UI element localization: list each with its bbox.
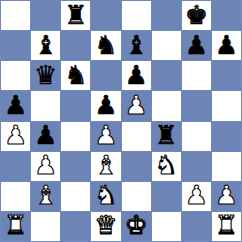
square-d5[interactable]: ♟: [91, 91, 120, 120]
square-d8[interactable]: [91, 1, 120, 30]
chess-board: ♜♚♝♞♝♟♟♛♞♟♟♟♟♟♟♟♜♟♝♞♝♞♟♟♜♛♚♜: [0, 0, 242, 242]
square-f4[interactable]: ♜: [152, 122, 181, 151]
square-d7[interactable]: ♞: [91, 31, 120, 60]
piece-white-knight[interactable]: ♞: [155, 152, 178, 178]
square-g6[interactable]: [182, 61, 211, 90]
piece-white-rook[interactable]: ♜: [4, 212, 27, 238]
square-b7[interactable]: ♝: [31, 31, 60, 60]
piece-white-pawn[interactable]: ♟: [94, 122, 117, 148]
square-c7[interactable]: [61, 31, 90, 60]
piece-black-knight[interactable]: ♞: [64, 62, 87, 88]
piece-black-pawn[interactable]: ♟: [94, 92, 117, 118]
square-c3[interactable]: [61, 152, 90, 181]
square-c8[interactable]: ♜: [61, 1, 90, 30]
square-a4[interactable]: ♟: [1, 122, 30, 151]
square-b6[interactable]: ♛: [31, 61, 60, 90]
square-h3[interactable]: [212, 152, 241, 181]
piece-white-knight[interactable]: ♞: [94, 182, 117, 208]
square-g5[interactable]: [182, 91, 211, 120]
square-e5[interactable]: ♟: [122, 91, 151, 120]
square-e7[interactable]: ♝: [122, 31, 151, 60]
square-b5[interactable]: [31, 91, 60, 120]
piece-white-queen[interactable]: ♛: [94, 212, 117, 238]
square-e8[interactable]: [122, 1, 151, 30]
square-h4[interactable]: [212, 122, 241, 151]
piece-black-knight[interactable]: ♞: [94, 32, 117, 58]
piece-white-pawn[interactable]: ♟: [34, 152, 57, 178]
piece-black-queen[interactable]: ♛: [34, 62, 57, 88]
square-a5[interactable]: ♟: [1, 91, 30, 120]
square-h1[interactable]: ♜: [212, 212, 241, 241]
piece-black-king[interactable]: ♚: [185, 2, 208, 28]
piece-white-king[interactable]: ♚: [124, 212, 147, 238]
square-d4[interactable]: ♟: [91, 122, 120, 151]
square-a8[interactable]: [1, 1, 30, 30]
piece-white-bishop[interactable]: ♝: [34, 182, 57, 208]
square-g7[interactable]: ♟: [182, 31, 211, 60]
square-g2[interactable]: ♟: [182, 182, 211, 211]
square-b4[interactable]: ♟: [31, 122, 60, 151]
square-g4[interactable]: [182, 122, 211, 151]
square-h7[interactable]: ♟: [212, 31, 241, 60]
square-d1[interactable]: ♛: [91, 212, 120, 241]
square-b3[interactable]: ♟: [31, 152, 60, 181]
square-e1[interactable]: ♚: [122, 212, 151, 241]
square-f3[interactable]: ♞: [152, 152, 181, 181]
piece-white-pawn[interactable]: ♟: [185, 182, 208, 208]
square-d2[interactable]: ♞: [91, 182, 120, 211]
square-g8[interactable]: ♚: [182, 1, 211, 30]
piece-black-rook[interactable]: ♜: [64, 2, 87, 28]
piece-white-pawn[interactable]: ♟: [4, 122, 27, 148]
square-f2[interactable]: [152, 182, 181, 211]
square-a1[interactable]: ♜: [1, 212, 30, 241]
piece-white-rook[interactable]: ♜: [215, 212, 238, 238]
square-h5[interactable]: [212, 91, 241, 120]
square-e4[interactable]: [122, 122, 151, 151]
square-f6[interactable]: [152, 61, 181, 90]
piece-black-pawn[interactable]: ♟: [185, 32, 208, 58]
square-d6[interactable]: [91, 61, 120, 90]
square-d3[interactable]: ♝: [91, 152, 120, 181]
square-b8[interactable]: [31, 1, 60, 30]
square-a2[interactable]: [1, 182, 30, 211]
square-c4[interactable]: [61, 122, 90, 151]
square-b1[interactable]: [31, 212, 60, 241]
square-e2[interactable]: [122, 182, 151, 211]
piece-white-pawn[interactable]: ♟: [124, 92, 147, 118]
piece-black-bishop[interactable]: ♝: [124, 32, 147, 58]
piece-black-pawn[interactable]: ♟: [34, 122, 57, 148]
square-c5[interactable]: [61, 91, 90, 120]
square-f1[interactable]: [152, 212, 181, 241]
square-f7[interactable]: [152, 31, 181, 60]
square-a3[interactable]: [1, 152, 30, 181]
square-c2[interactable]: [61, 182, 90, 211]
square-e3[interactable]: [122, 152, 151, 181]
square-f5[interactable]: [152, 91, 181, 120]
piece-black-pawn[interactable]: ♟: [215, 32, 238, 58]
square-h6[interactable]: [212, 61, 241, 90]
piece-black-rook[interactable]: ♜: [155, 122, 178, 148]
piece-white-pawn[interactable]: ♟: [215, 182, 238, 208]
square-g1[interactable]: [182, 212, 211, 241]
square-c6[interactable]: ♞: [61, 61, 90, 90]
square-c1[interactable]: [61, 212, 90, 241]
piece-black-bishop[interactable]: ♝: [34, 32, 57, 58]
square-h8[interactable]: [212, 1, 241, 30]
square-e6[interactable]: ♟: [122, 61, 151, 90]
square-f8[interactable]: [152, 1, 181, 30]
piece-black-pawn[interactable]: ♟: [4, 92, 27, 118]
square-a7[interactable]: [1, 31, 30, 60]
square-b2[interactable]: ♝: [31, 182, 60, 211]
square-h2[interactable]: ♟: [212, 182, 241, 211]
square-g3[interactable]: [182, 152, 211, 181]
square-a6[interactable]: [1, 61, 30, 90]
piece-white-bishop[interactable]: ♝: [94, 152, 117, 178]
piece-black-pawn[interactable]: ♟: [124, 62, 147, 88]
